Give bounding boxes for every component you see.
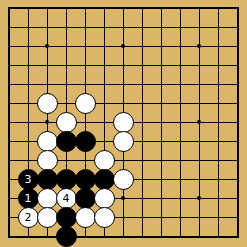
star-point [45,44,49,48]
board-intersection[interactable] [228,170,247,189]
board-intersection[interactable] [95,189,114,208]
black-stone [75,169,96,190]
star-point [45,120,49,124]
board-intersection[interactable]: 1 [19,189,38,208]
board-intersection[interactable] [76,170,95,189]
board-intersection[interactable] [152,0,171,18]
board-intersection[interactable] [133,132,152,151]
go-diagram: 3142 [0,0,247,247]
board-intersection[interactable] [152,189,171,208]
board-intersection[interactable] [152,208,171,227]
board-intersection[interactable] [171,37,190,56]
board-intersection[interactable] [190,189,209,208]
board-intersection[interactable] [114,75,133,94]
board-intersection[interactable] [171,151,190,170]
board-intersection[interactable] [209,208,228,227]
white-stone [56,112,77,133]
board-intersection[interactable] [133,227,152,246]
board-intersection[interactable] [0,132,19,151]
board-intersection[interactable] [228,132,247,151]
board-intersection[interactable] [0,94,19,113]
board-intersection[interactable] [171,94,190,113]
white-stone [94,188,115,209]
board-intersection[interactable] [228,227,247,246]
star-point [121,196,125,200]
board-intersection[interactable] [19,75,38,94]
black-stone [75,188,96,209]
board-intersection[interactable] [114,208,133,227]
board-intersection[interactable] [133,170,152,189]
white-stone [94,150,115,171]
board-intersection[interactable] [228,37,247,56]
board-intersection[interactable] [209,151,228,170]
board-intersection[interactable] [76,151,95,170]
white-stone: 4 [56,188,77,209]
board-intersection[interactable] [209,94,228,113]
board-intersection[interactable] [114,18,133,37]
board-intersection[interactable] [228,208,247,227]
board-intersection[interactable] [95,113,114,132]
board-intersection[interactable] [114,151,133,170]
board-intersection[interactable] [38,94,57,113]
board-intersection[interactable] [95,0,114,18]
board-intersection[interactable] [152,18,171,37]
board-intersection[interactable] [38,132,57,151]
white-stone [75,207,96,228]
board-intersection[interactable] [38,0,57,18]
board-intersection[interactable] [38,189,57,208]
black-stone [56,207,77,228]
white-stone [37,207,58,228]
board-intersection[interactable] [152,227,171,246]
white-stone [94,207,115,228]
board-intersection[interactable] [95,132,114,151]
board-intersection[interactable] [152,37,171,56]
board-intersection[interactable] [114,132,133,151]
board-intersection[interactable] [95,151,114,170]
board-intersection[interactable] [152,113,171,132]
black-stone [37,169,58,190]
board-intersection[interactable] [190,18,209,37]
board-intersection[interactable] [19,113,38,132]
black-stone [56,131,77,152]
board-intersection[interactable] [133,94,152,113]
board-intersection[interactable] [190,0,209,18]
white-stone [113,112,134,133]
board-intersection[interactable] [57,0,76,18]
board-intersection[interactable] [209,75,228,94]
board-intersection[interactable] [171,227,190,246]
black-stone: 3 [18,169,39,190]
board-intersection[interactable] [133,37,152,56]
white-stone [37,150,58,171]
board-intersection[interactable] [228,151,247,170]
board-intersection[interactable] [57,37,76,56]
white-stone [37,131,58,152]
board-intersection[interactable] [171,0,190,18]
board-intersection[interactable] [38,208,57,227]
board-intersection[interactable] [76,37,95,56]
board-intersection[interactable] [57,113,76,132]
board-intersection[interactable] [19,227,38,246]
board-intersection[interactable] [19,37,38,56]
board-intersection[interactable] [152,151,171,170]
white-stone: 2 [18,207,39,228]
board-intersection[interactable] [228,94,247,113]
board-intersection[interactable] [76,132,95,151]
board-intersection[interactable] [57,56,76,75]
board-intersection[interactable] [0,0,19,18]
board-intersection[interactable] [228,189,247,208]
board-intersection[interactable] [0,151,19,170]
black-stone [94,169,115,190]
board-intersection[interactable] [152,94,171,113]
board-intersection[interactable] [171,113,190,132]
board-intersection[interactable] [209,189,228,208]
board-intersection[interactable] [190,75,209,94]
board-intersection[interactable] [19,18,38,37]
board-intersection[interactable] [38,151,57,170]
board-intersection[interactable] [133,189,152,208]
board-intersection[interactable] [190,208,209,227]
board-intersection[interactable] [190,170,209,189]
board-intersection[interactable] [171,132,190,151]
board-intersection[interactable] [19,94,38,113]
board-intersection[interactable] [0,37,19,56]
black-stone [75,131,96,152]
board-intersection[interactable] [133,113,152,132]
board-intersection[interactable] [228,0,247,18]
board-intersection[interactable] [57,208,76,227]
black-stone [56,226,77,247]
board-intersection[interactable] [38,170,57,189]
board-intersection[interactable] [57,94,76,113]
board-intersection[interactable] [152,56,171,75]
board-intersection[interactable] [57,18,76,37]
white-stone [75,93,96,114]
board-intersection[interactable] [95,18,114,37]
board-intersection[interactable] [76,113,95,132]
board-intersection[interactable] [95,170,114,189]
go-board: 3142 [0,0,247,246]
black-stone: 1 [18,188,39,209]
board-intersection[interactable] [190,132,209,151]
star-point [197,44,201,48]
board-intersection[interactable] [190,56,209,75]
board-intersection[interactable] [95,37,114,56]
board-intersection[interactable] [76,18,95,37]
board-intersection[interactable] [114,37,133,56]
board-intersection[interactable] [228,18,247,37]
white-stone [37,93,58,114]
board-intersection[interactable] [76,189,95,208]
board-intersection[interactable] [114,56,133,75]
board-intersection[interactable] [133,208,152,227]
board-intersection[interactable] [209,0,228,18]
board-intersection[interactable] [171,18,190,37]
board-intersection[interactable] [57,75,76,94]
white-stone [113,169,134,190]
board-intersection[interactable] [38,75,57,94]
star-point [121,44,125,48]
board-intersection[interactable] [95,227,114,246]
board-intersection[interactable] [76,0,95,18]
board-intersection[interactable] [95,75,114,94]
board-intersection[interactable] [0,56,19,75]
board-intersection[interactable] [0,170,19,189]
board-intersection[interactable] [0,18,19,37]
board-intersection[interactable] [171,189,190,208]
move-number-label: 3 [25,174,32,185]
board-intersection[interactable] [95,56,114,75]
board-intersection[interactable] [171,75,190,94]
board-intersection[interactable] [114,0,133,18]
board-intersection[interactable] [209,37,228,56]
board-intersection[interactable] [76,75,95,94]
board-intersection[interactable]: 4 [57,189,76,208]
board-intersection[interactable] [76,56,95,75]
board-intersection[interactable] [19,56,38,75]
board-intersection[interactable] [57,170,76,189]
board-intersection[interactable] [114,227,133,246]
board-intersection[interactable] [114,189,133,208]
board-intersection[interactable] [19,0,38,18]
white-stone [37,188,58,209]
board-intersection[interactable] [190,113,209,132]
star-point [197,196,201,200]
board-intersection[interactable] [152,132,171,151]
move-number-label: 1 [25,193,32,204]
board-intersection[interactable] [38,227,57,246]
board-intersection[interactable] [133,151,152,170]
board-intersection[interactable] [38,37,57,56]
board-intersection[interactable] [133,18,152,37]
board-intersection[interactable] [38,18,57,37]
board-intersection[interactable] [171,56,190,75]
board-intersection[interactable] [228,75,247,94]
board-intersection[interactable] [209,113,228,132]
board-intersection[interactable]: 3 [19,170,38,189]
board-intersection[interactable] [190,37,209,56]
board-intersection[interactable] [38,56,57,75]
board-intersection[interactable] [228,113,247,132]
board-intersection[interactable] [0,208,19,227]
board-intersection[interactable] [209,170,228,189]
board-intersection[interactable] [209,18,228,37]
board-intersection[interactable] [133,75,152,94]
board-intersection[interactable] [209,56,228,75]
move-number-label: 2 [25,212,32,223]
board-intersection[interactable] [171,208,190,227]
board-intersection[interactable] [209,227,228,246]
board-intersection[interactable] [190,227,209,246]
board-intersection[interactable] [95,94,114,113]
board-intersection[interactable] [133,0,152,18]
board-intersection[interactable] [228,56,247,75]
star-point [197,120,201,124]
board-intersection[interactable] [19,151,38,170]
board-intersection[interactable]: 2 [19,208,38,227]
board-intersection[interactable] [19,132,38,151]
board-intersection[interactable] [190,94,209,113]
board-intersection[interactable] [76,227,95,246]
board-intersection[interactable] [57,227,76,246]
black-stone [56,169,77,190]
board-intersection[interactable] [0,113,19,132]
board-intersection[interactable] [171,170,190,189]
board-intersection[interactable] [38,113,57,132]
board-intersection[interactable] [190,151,209,170]
board-intersection[interactable] [0,227,19,246]
board-intersection[interactable] [114,170,133,189]
board-intersection[interactable] [0,75,19,94]
board-intersection[interactable] [95,208,114,227]
board-intersection[interactable] [152,75,171,94]
board-intersection[interactable] [76,208,95,227]
board-intersection[interactable] [133,56,152,75]
board-intersection[interactable] [114,94,133,113]
board-intersection[interactable] [57,151,76,170]
board-intersection[interactable] [57,132,76,151]
move-number-label: 4 [63,193,70,204]
white-stone [113,131,134,152]
board-intersection[interactable] [152,170,171,189]
board-intersection[interactable] [0,189,19,208]
board-intersection[interactable] [209,132,228,151]
board-intersection[interactable] [76,94,95,113]
board-intersection[interactable] [114,113,133,132]
